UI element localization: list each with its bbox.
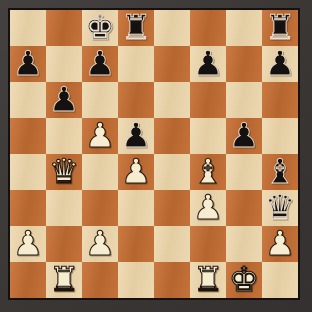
piece-black-pawn[interactable]: ♟ <box>49 82 79 117</box>
chess-board: ♚♜♜♟♟♟♟♟♟♟♟♛♟♝♝♟♛♟♟♟♜♜♚ <box>8 8 300 300</box>
piece-black-rook[interactable]: ♜ <box>121 10 151 45</box>
square-c7[interactable]: ♟ <box>82 46 118 82</box>
square-c2[interactable]: ♟ <box>82 226 118 262</box>
piece-white-rook[interactable]: ♜ <box>49 262 79 297</box>
piece-white-pawn[interactable]: ♟ <box>265 226 295 261</box>
square-e8[interactable] <box>154 10 190 46</box>
piece-black-pawn[interactable]: ♟ <box>85 46 115 81</box>
square-a5[interactable] <box>10 118 46 154</box>
square-b8[interactable] <box>46 10 82 46</box>
piece-black-pawn[interactable]: ♟ <box>121 118 151 153</box>
piece-white-rook[interactable]: ♜ <box>193 262 223 297</box>
piece-white-bishop[interactable]: ♝ <box>193 154 223 189</box>
board-frame: ♚♜♜♟♟♟♟♟♟♟♟♛♟♝♝♟♛♟♟♟♜♜♚ <box>0 0 312 312</box>
square-c1[interactable] <box>82 262 118 298</box>
piece-black-pawn[interactable]: ♟ <box>265 46 295 81</box>
piece-white-king[interactable]: ♚ <box>229 262 259 297</box>
square-a4[interactable] <box>10 154 46 190</box>
square-g5[interactable]: ♟ <box>226 118 262 154</box>
square-g6[interactable] <box>226 82 262 118</box>
square-a8[interactable] <box>10 10 46 46</box>
square-d7[interactable] <box>118 46 154 82</box>
square-g2[interactable] <box>226 226 262 262</box>
square-g4[interactable] <box>226 154 262 190</box>
square-h6[interactable] <box>262 82 298 118</box>
square-e5[interactable] <box>154 118 190 154</box>
square-c3[interactable] <box>82 190 118 226</box>
square-h5[interactable] <box>262 118 298 154</box>
piece-black-pawn[interactable]: ♟ <box>193 46 223 81</box>
square-h3[interactable]: ♛ <box>262 190 298 226</box>
square-g8[interactable] <box>226 10 262 46</box>
square-d3[interactable] <box>118 190 154 226</box>
square-e6[interactable] <box>154 82 190 118</box>
piece-white-queen[interactable]: ♛ <box>49 154 79 189</box>
piece-white-pawn[interactable]: ♟ <box>13 226 43 261</box>
square-e7[interactable] <box>154 46 190 82</box>
square-d6[interactable] <box>118 82 154 118</box>
square-g1[interactable]: ♚ <box>226 262 262 298</box>
square-h8[interactable]: ♜ <box>262 10 298 46</box>
square-a2[interactable]: ♟ <box>10 226 46 262</box>
square-e1[interactable] <box>154 262 190 298</box>
square-c5[interactable]: ♟ <box>82 118 118 154</box>
piece-white-pawn[interactable]: ♟ <box>85 118 115 153</box>
square-a3[interactable] <box>10 190 46 226</box>
square-c4[interactable] <box>82 154 118 190</box>
piece-black-rook[interactable]: ♜ <box>265 10 295 45</box>
piece-white-pawn[interactable]: ♟ <box>193 190 223 225</box>
square-f7[interactable]: ♟ <box>190 46 226 82</box>
square-d8[interactable]: ♜ <box>118 10 154 46</box>
piece-black-bishop[interactable]: ♝ <box>265 154 295 189</box>
square-b5[interactable] <box>46 118 82 154</box>
square-b7[interactable] <box>46 46 82 82</box>
square-b4[interactable]: ♛ <box>46 154 82 190</box>
piece-white-pawn[interactable]: ♟ <box>85 226 115 261</box>
square-a1[interactable] <box>10 262 46 298</box>
square-f1[interactable]: ♜ <box>190 262 226 298</box>
square-h7[interactable]: ♟ <box>262 46 298 82</box>
square-c6[interactable] <box>82 82 118 118</box>
square-d2[interactable] <box>118 226 154 262</box>
square-h2[interactable]: ♟ <box>262 226 298 262</box>
piece-black-pawn[interactable]: ♟ <box>229 118 259 153</box>
square-h4[interactable]: ♝ <box>262 154 298 190</box>
square-g7[interactable] <box>226 46 262 82</box>
square-b2[interactable] <box>46 226 82 262</box>
piece-black-pawn[interactable]: ♟ <box>13 46 43 81</box>
square-b1[interactable]: ♜ <box>46 262 82 298</box>
square-f5[interactable] <box>190 118 226 154</box>
square-e2[interactable] <box>154 226 190 262</box>
piece-white-pawn[interactable]: ♟ <box>121 154 151 189</box>
square-f6[interactable] <box>190 82 226 118</box>
square-d1[interactable] <box>118 262 154 298</box>
square-f4[interactable]: ♝ <box>190 154 226 190</box>
square-e3[interactable] <box>154 190 190 226</box>
square-a6[interactable] <box>10 82 46 118</box>
square-a7[interactable]: ♟ <box>10 46 46 82</box>
piece-black-king[interactable]: ♚ <box>85 10 115 45</box>
square-g3[interactable] <box>226 190 262 226</box>
square-b3[interactable] <box>46 190 82 226</box>
square-d5[interactable]: ♟ <box>118 118 154 154</box>
square-b6[interactable]: ♟ <box>46 82 82 118</box>
square-d4[interactable]: ♟ <box>118 154 154 190</box>
square-f3[interactable]: ♟ <box>190 190 226 226</box>
square-f2[interactable] <box>190 226 226 262</box>
square-h1[interactable] <box>262 262 298 298</box>
piece-black-queen[interactable]: ♛ <box>265 190 295 225</box>
square-f8[interactable] <box>190 10 226 46</box>
square-e4[interactable] <box>154 154 190 190</box>
square-c8[interactable]: ♚ <box>82 10 118 46</box>
